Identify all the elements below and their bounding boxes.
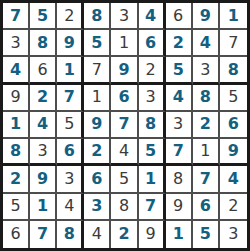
cell-r5c1[interactable]: 1: [3, 112, 30, 139]
cell-r7c4[interactable]: 6: [84, 166, 111, 193]
cell-r3c4[interactable]: 7: [84, 57, 111, 84]
cell-r3c5[interactable]: 9: [111, 57, 138, 84]
cell-r7c8[interactable]: 7: [193, 166, 220, 193]
cell-r3c1[interactable]: 4: [3, 57, 30, 84]
cell-r5c6[interactable]: 8: [139, 112, 166, 139]
cell-r4c5[interactable]: 6: [111, 85, 138, 112]
cell-r4c9[interactable]: 5: [220, 85, 247, 112]
cell-r9c7[interactable]: 1: [166, 221, 193, 248]
cell-r2c2[interactable]: 8: [30, 30, 57, 57]
cell-r6c5[interactable]: 4: [111, 139, 138, 166]
cell-r6c2[interactable]: 3: [30, 139, 57, 166]
cell-r9c1[interactable]: 6: [3, 221, 30, 248]
cell-r4c1[interactable]: 9: [3, 85, 30, 112]
cell-r9c6[interactable]: 9: [139, 221, 166, 248]
cell-r7c3[interactable]: 3: [57, 166, 84, 193]
cell-r4c7[interactable]: 4: [166, 85, 193, 112]
cell-r4c8[interactable]: 8: [193, 85, 220, 112]
cell-r8c7[interactable]: 9: [166, 194, 193, 221]
cell-r3c9[interactable]: 8: [220, 57, 247, 84]
cell-r5c7[interactable]: 3: [166, 112, 193, 139]
cell-r6c3[interactable]: 6: [57, 139, 84, 166]
cell-r6c4[interactable]: 2: [84, 139, 111, 166]
cell-r6c6[interactable]: 5: [139, 139, 166, 166]
cell-r1c3[interactable]: 2: [57, 3, 84, 30]
cell-r3c6[interactable]: 2: [139, 57, 166, 84]
cell-r2c7[interactable]: 2: [166, 30, 193, 57]
cell-r5c9[interactable]: 6: [220, 112, 247, 139]
cell-r2c6[interactable]: 6: [139, 30, 166, 57]
cell-r7c5[interactable]: 5: [111, 166, 138, 193]
cell-r5c2[interactable]: 4: [30, 112, 57, 139]
cell-r4c4[interactable]: 1: [84, 85, 111, 112]
cell-r1c1[interactable]: 7: [3, 3, 30, 30]
cell-r5c8[interactable]: 2: [193, 112, 220, 139]
cell-r7c6[interactable]: 1: [139, 166, 166, 193]
cell-r9c3[interactable]: 8: [57, 221, 84, 248]
cell-r3c7[interactable]: 5: [166, 57, 193, 84]
cell-r8c5[interactable]: 8: [111, 194, 138, 221]
cell-r8c2[interactable]: 1: [30, 194, 57, 221]
cell-r4c6[interactable]: 3: [139, 85, 166, 112]
cell-r5c4[interactable]: 9: [84, 112, 111, 139]
cell-r3c2[interactable]: 6: [30, 57, 57, 84]
cell-r5c5[interactable]: 7: [111, 112, 138, 139]
cell-r7c7[interactable]: 8: [166, 166, 193, 193]
cell-r9c4[interactable]: 4: [84, 221, 111, 248]
cell-r6c8[interactable]: 1: [193, 139, 220, 166]
cell-r2c5[interactable]: 1: [111, 30, 138, 57]
cell-r9c9[interactable]: 3: [220, 221, 247, 248]
cell-r2c8[interactable]: 4: [193, 30, 220, 57]
cell-r6c1[interactable]: 8: [3, 139, 30, 166]
cell-r7c2[interactable]: 9: [30, 166, 57, 193]
cell-r1c9[interactable]: 1: [220, 3, 247, 30]
cell-r4c3[interactable]: 7: [57, 85, 84, 112]
cell-r1c2[interactable]: 5: [30, 3, 57, 30]
cell-r9c2[interactable]: 7: [30, 221, 57, 248]
cell-r7c1[interactable]: 2: [3, 166, 30, 193]
cell-r1c7[interactable]: 6: [166, 3, 193, 30]
cell-r8c4[interactable]: 3: [84, 194, 111, 221]
cell-r3c3[interactable]: 1: [57, 57, 84, 84]
sudoku-board: 7528346913895162474617925389271634851459…: [0, 0, 250, 251]
cell-r5c3[interactable]: 5: [57, 112, 84, 139]
cell-r2c1[interactable]: 3: [3, 30, 30, 57]
cell-r6c9[interactable]: 9: [220, 139, 247, 166]
cell-r1c4[interactable]: 8: [84, 3, 111, 30]
cell-r7c9[interactable]: 4: [220, 166, 247, 193]
cell-r2c3[interactable]: 9: [57, 30, 84, 57]
cell-r9c5[interactable]: 2: [111, 221, 138, 248]
cell-r4c2[interactable]: 2: [30, 85, 57, 112]
cell-r1c6[interactable]: 4: [139, 3, 166, 30]
cell-r8c1[interactable]: 5: [3, 194, 30, 221]
cell-r3c8[interactable]: 3: [193, 57, 220, 84]
cell-r8c8[interactable]: 6: [193, 194, 220, 221]
cell-r9c8[interactable]: 5: [193, 221, 220, 248]
cell-r8c6[interactable]: 7: [139, 194, 166, 221]
cell-r1c5[interactable]: 3: [111, 3, 138, 30]
cell-r8c3[interactable]: 4: [57, 194, 84, 221]
cell-r2c9[interactable]: 7: [220, 30, 247, 57]
cell-r2c4[interactable]: 5: [84, 30, 111, 57]
cell-r1c8[interactable]: 9: [193, 3, 220, 30]
cell-r6c7[interactable]: 7: [166, 139, 193, 166]
cell-r8c9[interactable]: 2: [220, 194, 247, 221]
